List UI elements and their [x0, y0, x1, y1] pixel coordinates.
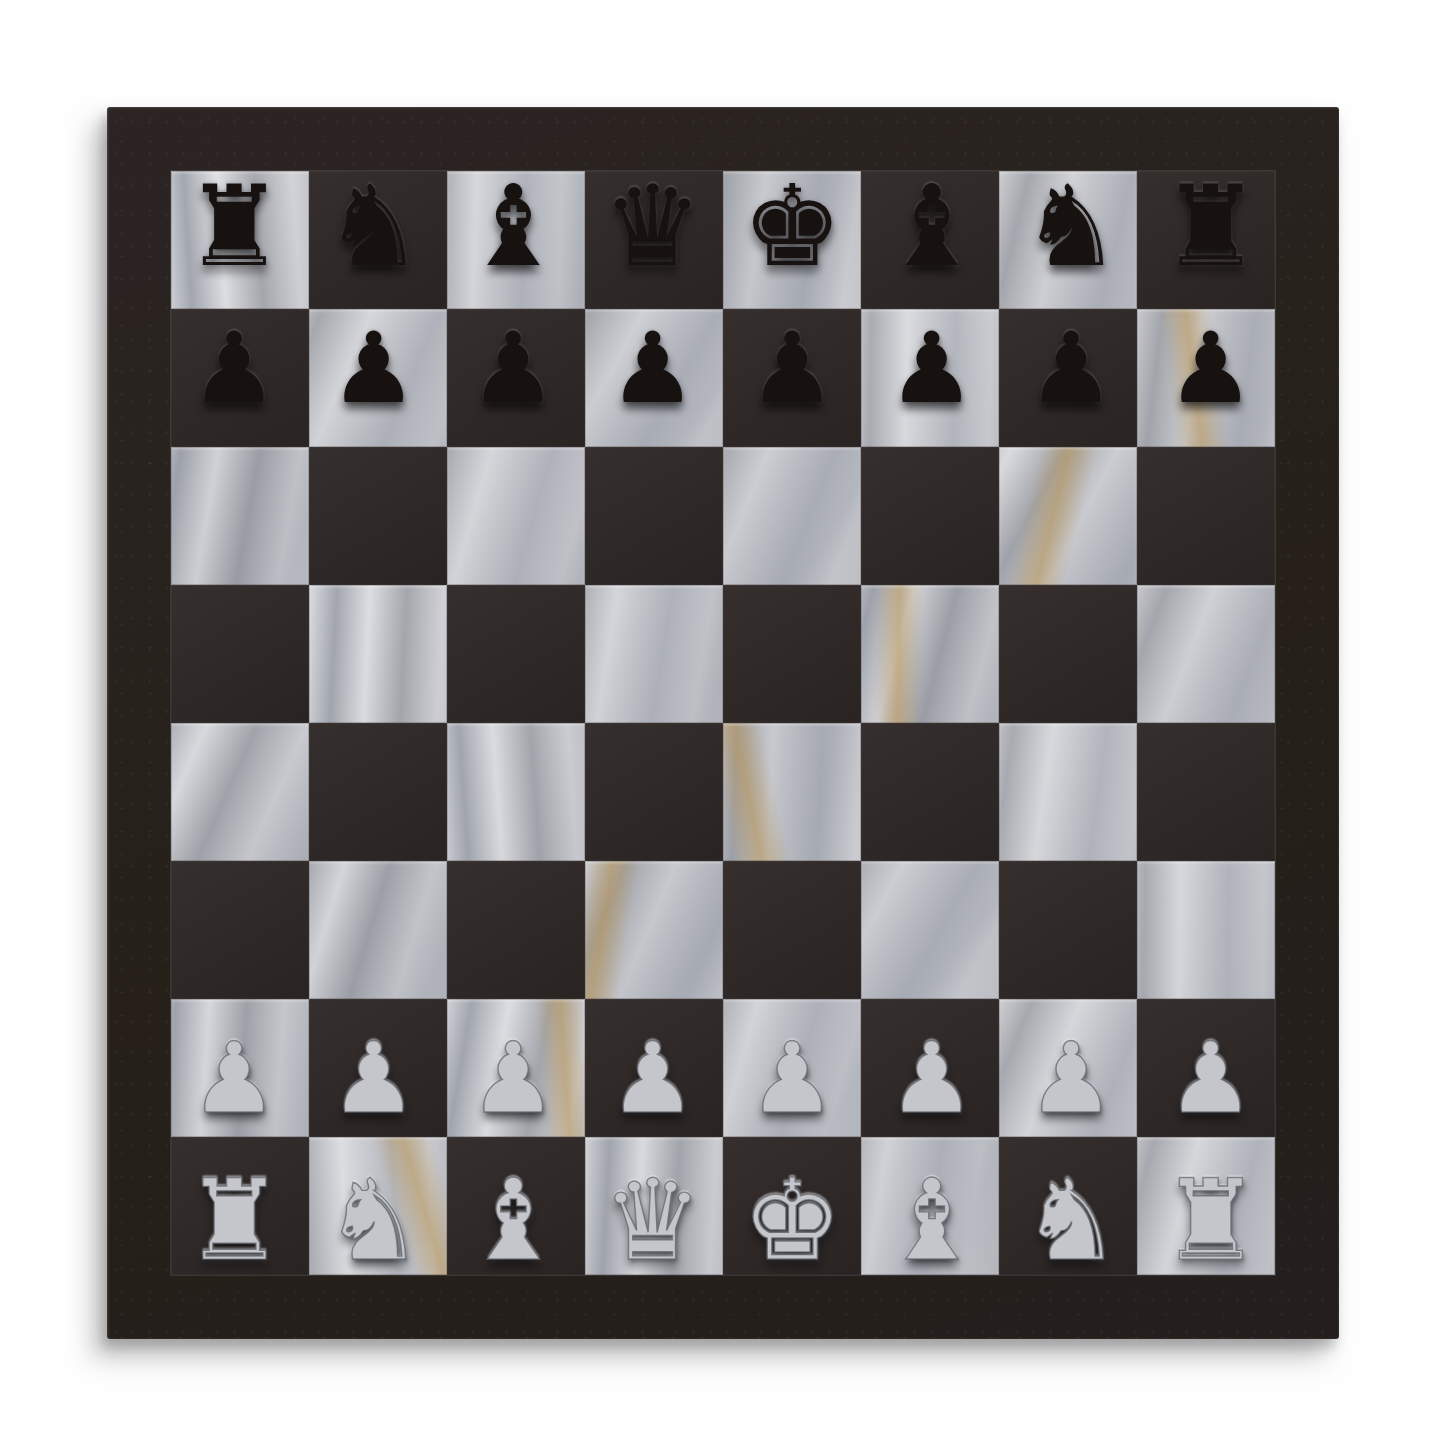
square-h6[interactable] — [1137, 447, 1275, 585]
square-h5[interactable] — [1137, 585, 1275, 723]
square-a5[interactable] — [171, 585, 309, 723]
piece-white-knight[interactable]: ♞ — [305, 1151, 443, 1289]
square-a4[interactable] — [171, 723, 309, 861]
square-e5[interactable] — [723, 585, 861, 723]
square-c8[interactable]: ♝ — [447, 171, 585, 309]
square-c2[interactable]: ♟ — [447, 999, 585, 1137]
board-grid: ♜♞♝♛♚♝♞♜♟♟♟♟♟♟♟♟♟♟♟♟♟♟♟♟♜♞♝♛♚♝♞♜ — [171, 171, 1275, 1275]
square-f4[interactable] — [861, 723, 999, 861]
square-d3[interactable] — [585, 861, 723, 999]
square-a2[interactable]: ♟ — [171, 999, 309, 1137]
square-h7[interactable]: ♟ — [1137, 309, 1275, 447]
piece-white-queen[interactable]: ♛ — [584, 1151, 722, 1289]
square-b2[interactable]: ♟ — [309, 999, 447, 1137]
square-d7[interactable]: ♟ — [585, 309, 723, 447]
piece-black-bishop[interactable]: ♝ — [444, 157, 582, 295]
square-a6[interactable] — [171, 447, 309, 585]
piece-white-pawn[interactable]: ♟ — [165, 1009, 303, 1147]
square-f2[interactable]: ♟ — [861, 999, 999, 1137]
square-g3[interactable] — [999, 861, 1137, 999]
square-d6[interactable] — [585, 447, 723, 585]
piece-black-pawn[interactable]: ♟ — [165, 299, 303, 437]
square-g4[interactable] — [999, 723, 1137, 861]
piece-black-pawn[interactable]: ♟ — [584, 299, 722, 437]
square-e3[interactable] — [723, 861, 861, 999]
square-e1[interactable]: ♚ — [723, 1137, 861, 1275]
square-e4[interactable] — [723, 723, 861, 861]
piece-black-pawn[interactable]: ♟ — [444, 299, 582, 437]
piece-black-pawn[interactable]: ♟ — [723, 299, 861, 437]
chess-board: ♜♞♝♛♚♝♞♜♟♟♟♟♟♟♟♟♟♟♟♟♟♟♟♟♜♞♝♛♚♝♞♜ — [107, 107, 1339, 1339]
piece-black-knight[interactable]: ♞ — [1002, 157, 1140, 295]
piece-black-king[interactable]: ♚ — [723, 157, 861, 295]
piece-black-pawn[interactable]: ♟ — [305, 299, 443, 437]
square-c6[interactable] — [447, 447, 585, 585]
square-d2[interactable]: ♟ — [585, 999, 723, 1137]
piece-white-pawn[interactable]: ♟ — [444, 1009, 582, 1147]
square-f7[interactable]: ♟ — [861, 309, 999, 447]
square-h2[interactable]: ♟ — [1137, 999, 1275, 1137]
piece-black-pawn[interactable]: ♟ — [1142, 299, 1280, 437]
piece-white-bishop[interactable]: ♝ — [444, 1151, 582, 1289]
square-c5[interactable] — [447, 585, 585, 723]
piece-black-queen[interactable]: ♛ — [584, 157, 722, 295]
square-f8[interactable]: ♝ — [861, 171, 999, 309]
piece-black-rook[interactable]: ♜ — [165, 157, 303, 295]
square-b6[interactable] — [309, 447, 447, 585]
square-b1[interactable]: ♞ — [309, 1137, 447, 1275]
piece-white-pawn[interactable]: ♟ — [305, 1009, 443, 1147]
square-f3[interactable] — [861, 861, 999, 999]
square-e7[interactable]: ♟ — [723, 309, 861, 447]
square-d8[interactable]: ♛ — [585, 171, 723, 309]
square-d4[interactable] — [585, 723, 723, 861]
square-e6[interactable] — [723, 447, 861, 585]
square-f6[interactable] — [861, 447, 999, 585]
piece-white-pawn[interactable]: ♟ — [584, 1009, 722, 1147]
square-h4[interactable] — [1137, 723, 1275, 861]
square-h1[interactable]: ♜ — [1137, 1137, 1275, 1275]
square-b3[interactable] — [309, 861, 447, 999]
square-c1[interactable]: ♝ — [447, 1137, 585, 1275]
square-c4[interactable] — [447, 723, 585, 861]
square-e8[interactable]: ♚ — [723, 171, 861, 309]
piece-black-pawn[interactable]: ♟ — [863, 299, 1001, 437]
piece-white-pawn[interactable]: ♟ — [723, 1009, 861, 1147]
square-f1[interactable]: ♝ — [861, 1137, 999, 1275]
square-g7[interactable]: ♟ — [999, 309, 1137, 447]
square-g8[interactable]: ♞ — [999, 171, 1137, 309]
square-e2[interactable]: ♟ — [723, 999, 861, 1137]
square-a3[interactable] — [171, 861, 309, 999]
square-d1[interactable]: ♛ — [585, 1137, 723, 1275]
square-c3[interactable] — [447, 861, 585, 999]
piece-black-knight[interactable]: ♞ — [305, 157, 443, 295]
piece-white-rook[interactable]: ♜ — [165, 1151, 303, 1289]
piece-black-bishop[interactable]: ♝ — [863, 157, 1001, 295]
square-a1[interactable]: ♜ — [171, 1137, 309, 1275]
square-a8[interactable]: ♜ — [171, 171, 309, 309]
square-g2[interactable]: ♟ — [999, 999, 1137, 1137]
square-d5[interactable] — [585, 585, 723, 723]
piece-white-pawn[interactable]: ♟ — [863, 1009, 1001, 1147]
square-h8[interactable]: ♜ — [1137, 171, 1275, 309]
square-b4[interactable] — [309, 723, 447, 861]
square-b7[interactable]: ♟ — [309, 309, 447, 447]
piece-black-rook[interactable]: ♜ — [1142, 157, 1280, 295]
square-h3[interactable] — [1137, 861, 1275, 999]
piece-white-bishop[interactable]: ♝ — [863, 1151, 1001, 1289]
square-g1[interactable]: ♞ — [999, 1137, 1137, 1275]
square-g6[interactable] — [999, 447, 1137, 585]
piece-white-knight[interactable]: ♞ — [1002, 1151, 1140, 1289]
piece-white-rook[interactable]: ♜ — [1142, 1151, 1280, 1289]
square-b8[interactable]: ♞ — [309, 171, 447, 309]
square-f5[interactable] — [861, 585, 999, 723]
piece-black-pawn[interactable]: ♟ — [1002, 299, 1140, 437]
piece-white-king[interactable]: ♚ — [723, 1151, 861, 1289]
square-c7[interactable]: ♟ — [447, 309, 585, 447]
square-b5[interactable] — [309, 585, 447, 723]
square-a7[interactable]: ♟ — [171, 309, 309, 447]
square-g5[interactable] — [999, 585, 1137, 723]
piece-white-pawn[interactable]: ♟ — [1142, 1009, 1280, 1147]
piece-white-pawn[interactable]: ♟ — [1002, 1009, 1140, 1147]
